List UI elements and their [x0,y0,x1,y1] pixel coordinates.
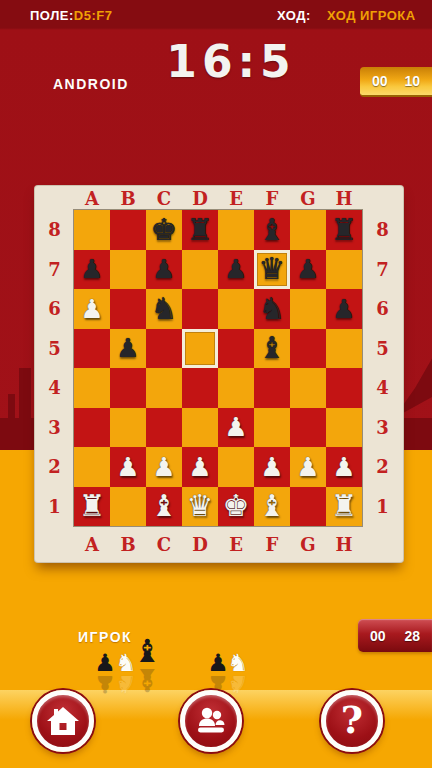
square-h1[interactable]: ♜ [326,487,362,527]
file-label-d: D [182,186,218,210]
black-king[interactable]: ♚ [146,210,182,250]
white-king[interactable]: ♚ [218,487,254,527]
square-f4[interactable] [254,368,290,408]
square-c3[interactable] [146,408,182,448]
square-d8[interactable]: ♜ [182,210,218,250]
file-label-f: F [254,186,290,210]
rank-label-7: 7 [362,250,403,290]
black-pawn[interactable]: ♟ [290,250,326,290]
rank-label-3: 3 [35,408,74,448]
square-c4[interactable] [146,368,182,408]
square-c1[interactable]: ♝ [146,487,182,527]
file-label-g: G [290,526,326,562]
file-label-b: B [110,186,146,210]
rank-label-2: 2 [362,447,403,487]
file-label-f: F [254,526,290,562]
square-a5[interactable] [74,329,110,369]
last-move-field: ПОЛЕ:D5:F7 [30,8,112,23]
file-label-c: C [146,526,182,562]
file-label-h: H [326,526,362,562]
file-label-a: A [74,526,110,562]
square-c5[interactable] [146,329,182,369]
square-b7[interactable] [110,250,146,290]
player-score-right: 28 [404,628,420,644]
square-g4[interactable] [290,368,326,408]
square-f5[interactable]: ♝ [254,329,290,369]
file-label-e: E [218,526,254,562]
opponent-score: 00 10 [360,67,432,97]
square-f3[interactable] [254,408,290,448]
square-e8[interactable] [218,210,254,250]
home-icon [46,705,80,737]
white-bishop[interactable]: ♝ [254,487,290,527]
square-e1[interactable]: ♚ [218,487,254,527]
square-f8[interactable]: ♝ [254,210,290,250]
square-g5[interactable] [290,329,326,369]
white-rook[interactable]: ♜ [326,487,362,527]
square-d6[interactable] [182,289,218,329]
square-d7[interactable] [182,250,218,290]
rank-labels-left: 87654321 [35,210,74,526]
square-h5[interactable] [326,329,362,369]
rank-label-4: 4 [362,368,403,408]
square-c6[interactable]: ♞ [146,289,182,329]
black-pawn[interactable]: ♟ [146,250,182,290]
square-f6[interactable]: ♞ [254,289,290,329]
rank-label-8: 8 [362,210,403,250]
square-e7[interactable]: ♟ [218,250,254,290]
square-h4[interactable] [326,368,362,408]
file-label-a: A [74,186,110,210]
player-score-left: 00 [370,628,386,644]
square-a6[interactable]: ♟ [74,289,110,329]
square-d3[interactable] [182,408,218,448]
black-pawn[interactable]: ♟ [326,289,362,329]
black-bishop[interactable]: ♝ [254,329,290,369]
black-rook[interactable]: ♜ [182,210,218,250]
chess-board: ABCDEFGH 87654321 87654321 ♚♜♝♜♟♟♟♛♟♟♞♞♟… [35,186,403,562]
black-knight[interactable]: ♞ [254,289,290,329]
white-pawn[interactable]: ♟ [74,289,110,329]
white-pawn[interactable]: ♟ [182,447,218,487]
rank-label-7: 7 [35,250,74,290]
turn-label: ХОД: [277,8,311,23]
square-h2[interactable]: ♟ [326,447,362,487]
square-e4[interactable] [218,368,254,408]
file-labels-top: ABCDEFGH [74,186,362,210]
white-queen[interactable]: ♛ [182,487,218,527]
help-button[interactable]: ? [321,690,383,752]
black-queen[interactable]: ♛ [254,250,290,290]
opponent-score-left: 00 [372,73,388,89]
square-f1[interactable]: ♝ [254,487,290,527]
square-g2[interactable]: ♟ [290,447,326,487]
square-b2[interactable]: ♟ [110,447,146,487]
white-pawn[interactable]: ♟ [218,408,254,448]
rank-label-5: 5 [35,329,74,369]
square-e3[interactable]: ♟ [218,408,254,448]
square-f7[interactable]: ♛ [254,250,290,290]
square-b1[interactable] [110,487,146,527]
captured-white-knight: ♞♞ [223,651,253,696]
square-d5[interactable] [182,329,218,369]
square-e2[interactable] [218,447,254,487]
square-d4[interactable] [182,368,218,408]
square-a8[interactable] [74,210,110,250]
square-d2[interactable]: ♟ [182,447,218,487]
opponent-score-right: 10 [404,73,420,89]
field-value: D5:F7 [74,8,113,23]
turn-value: ХОД ИГРОКА [327,8,416,23]
white-pawn[interactable]: ♟ [254,447,290,487]
file-label-h: H [326,186,362,210]
players-button[interactable] [180,690,242,752]
rank-labels-right: 87654321 [362,210,403,526]
square-g8[interactable] [290,210,326,250]
square-e5[interactable] [218,329,254,369]
white-rook[interactable]: ♜ [74,487,110,527]
rank-label-1: 1 [35,487,74,527]
square-b8[interactable] [110,210,146,250]
white-pawn[interactable]: ♟ [290,447,326,487]
rank-label-4: 4 [35,368,74,408]
square-a7[interactable]: ♟ [74,250,110,290]
square-a2[interactable] [74,447,110,487]
square-g1[interactable] [290,487,326,527]
square-b5[interactable]: ♟ [110,329,146,369]
white-pawn[interactable]: ♟ [326,447,362,487]
rank-label-3: 3 [362,408,403,448]
file-label-d: D [182,526,218,562]
players-icon [194,706,228,736]
square-h7[interactable] [326,250,362,290]
player-score: 00 28 [358,619,432,652]
square-b3[interactable] [110,408,146,448]
square-f2[interactable]: ♟ [254,447,290,487]
board-squares: ♚♜♝♜♟♟♟♛♟♟♞♞♟♟♝♟♟♟♟♟♟♟♜♝♛♚♝♜ [74,210,362,526]
turn-indicator: ХОД: ХОД ИГРОКА [277,8,416,23]
square-h6[interactable]: ♟ [326,289,362,329]
white-bishop[interactable]: ♝ [146,487,182,527]
field-label: ПОЛЕ: [30,8,74,23]
file-label-c: C [146,186,182,210]
black-pawn[interactable]: ♟ [74,250,110,290]
black-rook[interactable]: ♜ [326,210,362,250]
white-pawn[interactable]: ♟ [146,447,182,487]
white-pawn[interactable]: ♟ [110,447,146,487]
square-c7[interactable]: ♟ [146,250,182,290]
black-pawn[interactable]: ♟ [218,250,254,290]
rank-label-6: 6 [362,289,403,329]
square-e6[interactable] [218,289,254,329]
square-h8[interactable]: ♜ [326,210,362,250]
white-knight-reflection: ♞ [223,672,253,696]
square-c2[interactable]: ♟ [146,447,182,487]
square-h3[interactable] [326,408,362,448]
black-knight[interactable]: ♞ [146,289,182,329]
square-g6[interactable] [290,289,326,329]
square-b4[interactable] [110,368,146,408]
square-d1[interactable]: ♛ [182,487,218,527]
skyline-tower [8,394,15,450]
black-bishop-reflection: ♝ [129,664,165,696]
rank-label-1: 1 [362,487,403,527]
rank-label-8: 8 [35,210,74,250]
black-bishop[interactable]: ♝ [254,210,290,250]
captured-black-bishop: ♝♝ [129,635,165,696]
opponent-name: ANDROID [53,76,129,92]
chess-app: ПОЛЕ:D5:F7 ХОД: ХОД ИГРОКА 16:5 ANDROID … [0,0,432,768]
square-g3[interactable] [290,408,326,448]
rank-label-2: 2 [35,447,74,487]
black-pawn[interactable]: ♟ [110,329,146,369]
question-icon: ? [341,701,363,739]
skyline-tower [19,368,31,450]
square-b6[interactable] [110,289,146,329]
home-button[interactable] [32,690,94,752]
file-labels-bottom: ABCDEFGH [74,526,362,562]
rank-label-5: 5 [362,329,403,369]
square-g7[interactable]: ♟ [290,250,326,290]
file-label-e: E [218,186,254,210]
square-a4[interactable] [74,368,110,408]
square-c8[interactable]: ♚ [146,210,182,250]
player-name: ИГРОК [78,629,132,645]
square-a3[interactable] [74,408,110,448]
file-label-g: G [290,186,326,210]
rank-label-6: 6 [35,289,74,329]
file-label-b: B [110,526,146,562]
square-a1[interactable]: ♜ [74,487,110,527]
